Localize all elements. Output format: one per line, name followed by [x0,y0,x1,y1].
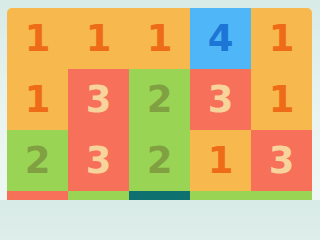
tile-r4c2[interactable] [68,191,129,200]
puzzle-board: 111411323123213 [7,8,312,200]
tile-r3c4[interactable]: 1 [190,130,251,191]
tile-r2c4[interactable]: 3 [190,69,251,130]
tile-r3c3[interactable]: 2 [129,130,190,191]
tile-r2c2[interactable]: 3 [68,69,129,130]
tile-r4c5[interactable] [251,191,312,200]
tile-r1c3[interactable]: 1 [129,8,190,69]
tile-r2c1[interactable]: 1 [7,69,68,130]
tile-r2c3[interactable]: 2 [129,69,190,130]
tile-r4c4[interactable] [190,191,251,200]
tile-r1c5[interactable]: 1 [251,8,312,69]
tile-r4c1[interactable] [7,191,68,200]
tile-r3c1[interactable]: 2 [7,130,68,191]
tile-r1c1[interactable]: 1 [7,8,68,69]
tile-r1c4[interactable]: 4 [190,8,251,69]
tile-r1c2[interactable]: 1 [68,8,129,69]
tile-r3c5[interactable]: 3 [251,130,312,191]
tile-r4c3[interactable] [129,191,190,200]
tile-r3c2[interactable]: 3 [68,130,129,191]
tile-r2c5[interactable]: 1 [251,69,312,130]
